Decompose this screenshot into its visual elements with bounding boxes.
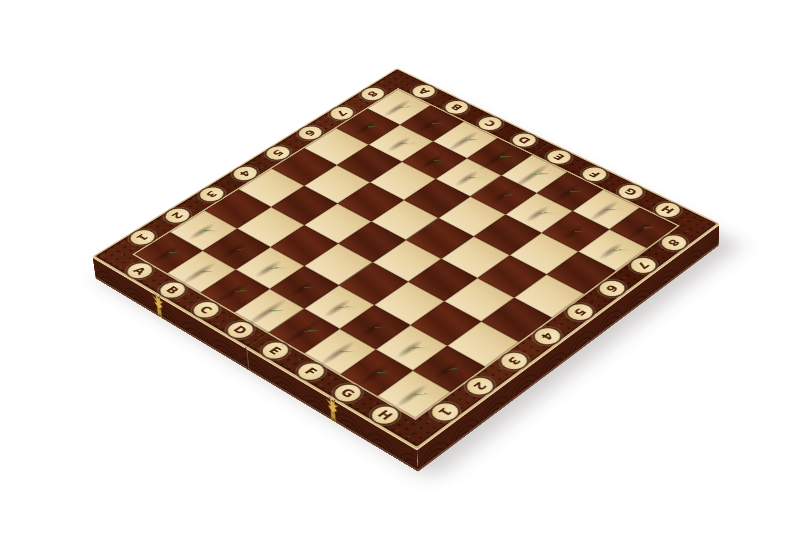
board-perspective-wrap: AA11BB22CC33DD44EE55FF66GG77HH88♜♞♟♝♟♛♟♚… <box>173 7 640 474</box>
white-rook-icon: ♜ <box>384 337 441 400</box>
fold-seam-side <box>245 347 249 371</box>
black-pawn-icon: ♟ <box>590 206 634 255</box>
board-3d: AA11BB22CC33DD44EE55FF66GG77HH88♜♞♟♝♟♛♟♚… <box>92 68 719 449</box>
chess-set-photo: AA11BB22CC33DD44EE55FF66GG77HH88♜♞♟♝♟♛♟♚… <box>0 0 800 533</box>
